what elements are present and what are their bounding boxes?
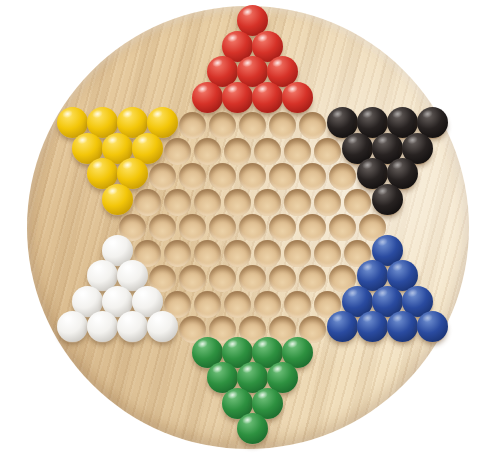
board-hole[interactable]: [179, 163, 206, 190]
board-hole[interactable]: [209, 265, 236, 292]
chinese-checkers-photo: [0, 0, 500, 455]
board-hole[interactable]: [224, 240, 251, 267]
board-hole[interactable]: [299, 214, 326, 241]
board-hole[interactable]: [239, 214, 266, 241]
board-hole[interactable]: [194, 240, 221, 267]
board-hole[interactable]: [314, 240, 341, 267]
board-hole[interactable]: [194, 189, 221, 216]
board-hole[interactable]: [224, 291, 251, 318]
board-hole[interactable]: [194, 291, 221, 318]
marble-red[interactable]: [222, 82, 253, 113]
board-hole[interactable]: [149, 163, 176, 190]
marble-white[interactable]: [57, 311, 88, 342]
marble-yellow[interactable]: [102, 184, 133, 215]
board-hole[interactable]: [164, 240, 191, 267]
board-hole[interactable]: [284, 189, 311, 216]
board-hole[interactable]: [239, 265, 266, 292]
board-hole[interactable]: [239, 112, 266, 139]
board-hole[interactable]: [329, 214, 356, 241]
board-hole[interactable]: [149, 214, 176, 241]
marble-green[interactable]: [237, 413, 268, 444]
board-hole[interactable]: [209, 163, 236, 190]
marble-blue[interactable]: [417, 311, 448, 342]
marble-blue[interactable]: [327, 311, 358, 342]
marble-blue[interactable]: [357, 311, 388, 342]
board-hole[interactable]: [194, 138, 221, 165]
board-hole[interactable]: [254, 240, 281, 267]
board-hole[interactable]: [224, 138, 251, 165]
board-hole[interactable]: [224, 189, 251, 216]
board-hole[interactable]: [284, 138, 311, 165]
marble-red[interactable]: [192, 82, 223, 113]
marble-black[interactable]: [372, 184, 403, 215]
marble-white[interactable]: [117, 311, 148, 342]
board-hole[interactable]: [179, 265, 206, 292]
board-hole[interactable]: [314, 138, 341, 165]
board-hole[interactable]: [134, 189, 161, 216]
board-hole[interactable]: [179, 112, 206, 139]
marble-white[interactable]: [147, 311, 178, 342]
board-hole[interactable]: [269, 214, 296, 241]
board-hole[interactable]: [209, 214, 236, 241]
board-hole[interactable]: [299, 265, 326, 292]
marble-red[interactable]: [252, 82, 283, 113]
board-hole[interactable]: [239, 163, 266, 190]
board-hole[interactable]: [299, 112, 326, 139]
board-hole[interactable]: [269, 112, 296, 139]
board-hole[interactable]: [284, 291, 311, 318]
board-hole[interactable]: [269, 163, 296, 190]
board-hole[interactable]: [179, 214, 206, 241]
board-hole[interactable]: [164, 189, 191, 216]
board-hole[interactable]: [254, 291, 281, 318]
board-hole[interactable]: [329, 163, 356, 190]
board-hole[interactable]: [254, 138, 281, 165]
board-hole[interactable]: [164, 138, 191, 165]
marble-white[interactable]: [87, 311, 118, 342]
board-hole[interactable]: [299, 163, 326, 190]
board-hole[interactable]: [344, 189, 371, 216]
board-hole[interactable]: [269, 265, 296, 292]
board-hole[interactable]: [209, 112, 236, 139]
marble-blue[interactable]: [387, 311, 418, 342]
board-hole[interactable]: [284, 240, 311, 267]
board-hole[interactable]: [254, 189, 281, 216]
holes-layer: [0, 0, 500, 455]
marble-red[interactable]: [282, 82, 313, 113]
board-hole[interactable]: [314, 189, 341, 216]
